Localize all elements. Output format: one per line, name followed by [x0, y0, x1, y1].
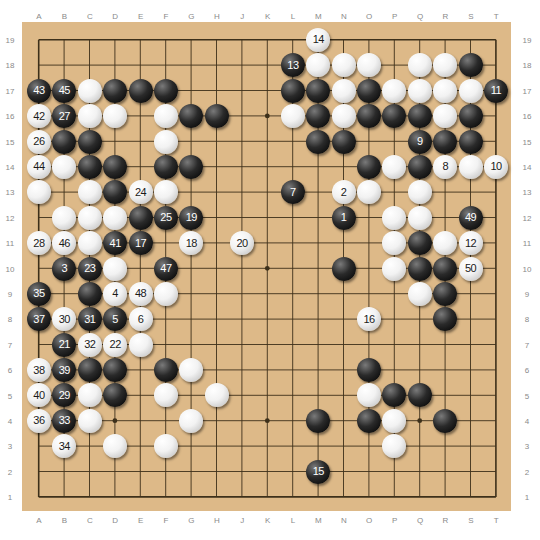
stone-black-move-37: 37 [27, 307, 51, 331]
intersection-N7 [331, 332, 356, 357]
intersection-A19 [26, 27, 51, 52]
intersection-S2 [458, 459, 483, 484]
stone-white-move-18: 18 [179, 231, 203, 255]
intersection-G18 [179, 53, 204, 78]
col-label-bottom-F: F [164, 516, 169, 525]
intersection-N2 [331, 459, 356, 484]
intersection-A17: 43 [26, 78, 51, 103]
row-label-right-7: 7 [525, 340, 529, 349]
col-label-bottom-A: A [36, 516, 41, 525]
intersection-R9 [433, 281, 458, 306]
intersection-P8 [382, 307, 407, 332]
intersection-B10: 3 [52, 256, 77, 281]
intersection-N17 [331, 78, 356, 103]
stone-black [78, 282, 102, 306]
stone-white [332, 104, 356, 128]
move-number: 47 [160, 263, 171, 274]
col-label-bottom-L: L [291, 516, 295, 525]
stone-white [433, 79, 457, 103]
intersection-R16 [433, 103, 458, 128]
stone-white-move-38: 38 [27, 358, 51, 382]
stone-white [205, 383, 229, 407]
stone-black [433, 282, 457, 306]
intersection-L10 [280, 256, 305, 281]
intersection-R5 [433, 383, 458, 408]
intersection-A16: 42 [26, 103, 51, 128]
stone-white [408, 53, 432, 77]
intersection-B8: 30 [52, 307, 77, 332]
move-number: 14 [313, 34, 324, 45]
move-number: 38 [33, 365, 44, 376]
stone-black [433, 130, 457, 154]
col-label-bottom-C: C [87, 516, 93, 525]
intersection-J6 [229, 357, 254, 382]
intersection-F6 [153, 357, 178, 382]
stone-white [78, 180, 102, 204]
stone-black [78, 358, 102, 382]
intersection-A1 [26, 484, 51, 509]
move-number: 30 [59, 314, 70, 325]
intersection-K15 [255, 129, 280, 154]
intersection-B5: 29 [52, 383, 77, 408]
intersection-D1 [102, 484, 127, 509]
stone-white [408, 79, 432, 103]
stone-white [382, 231, 406, 255]
col-label-top-L: L [291, 12, 295, 21]
intersection-C8: 31 [77, 307, 102, 332]
intersection-L15 [280, 129, 305, 154]
col-label-bottom-R: R [443, 516, 449, 525]
stone-white [459, 155, 483, 179]
stone-white-move-6: 6 [129, 307, 153, 331]
intersection-T14: 10 [483, 154, 508, 179]
stone-black-move-17: 17 [129, 231, 153, 255]
intersection-Q4 [407, 408, 432, 433]
intersection-J3 [229, 434, 254, 459]
intersection-C15 [77, 129, 102, 154]
intersection-Q1 [407, 484, 432, 509]
intersection-D10 [102, 256, 127, 281]
intersection-K2 [255, 459, 280, 484]
intersection-S5 [458, 383, 483, 408]
intersection-O8: 16 [356, 307, 381, 332]
intersection-G2 [179, 459, 204, 484]
stone-white [78, 79, 102, 103]
intersection-P18 [382, 53, 407, 78]
move-number: 29 [59, 390, 70, 401]
intersection-B18 [52, 53, 77, 78]
intersection-E15 [128, 129, 153, 154]
col-label-top-B: B [62, 12, 67, 21]
col-label-top-O: O [366, 12, 372, 21]
stone-black [357, 358, 381, 382]
intersection-F15 [153, 129, 178, 154]
stone-black-move-25: 25 [154, 206, 178, 230]
stone-black-move-43: 43 [27, 79, 51, 103]
stone-black [179, 104, 203, 128]
intersection-O5 [356, 383, 381, 408]
stone-white-move-26: 26 [27, 130, 51, 154]
stone-black [433, 307, 457, 331]
col-label-top-C: C [87, 12, 93, 21]
intersection-M5 [306, 383, 331, 408]
intersection-F10: 47 [153, 256, 178, 281]
stone-black [154, 155, 178, 179]
stone-black [52, 130, 76, 154]
stone-white-move-50: 50 [459, 257, 483, 281]
intersection-R18 [433, 53, 458, 78]
stone-white [179, 409, 203, 433]
stone-white [129, 333, 153, 357]
intersection-P11 [382, 230, 407, 255]
intersection-A4: 36 [26, 408, 51, 433]
stone-black [459, 130, 483, 154]
intersection-H1 [204, 484, 229, 509]
intersection-A12 [26, 205, 51, 230]
intersection-N11 [331, 230, 356, 255]
intersection-C18 [77, 53, 102, 78]
intersection-N6 [331, 357, 356, 382]
intersection-D4 [102, 408, 127, 433]
intersection-T2 [483, 459, 508, 484]
row-label-left-3: 3 [8, 442, 12, 451]
row-label-left-4: 4 [8, 417, 12, 426]
intersection-L5 [280, 383, 305, 408]
intersection-P15 [382, 129, 407, 154]
stone-black-move-29: 29 [52, 383, 76, 407]
move-number: 6 [138, 314, 144, 325]
intersection-M7 [306, 332, 331, 357]
intersection-R1 [433, 484, 458, 509]
intersection-D14 [102, 154, 127, 179]
intersection-D7: 22 [102, 332, 127, 357]
intersection-N8 [331, 307, 356, 332]
intersection-Q5 [407, 383, 432, 408]
stone-white [78, 231, 102, 255]
col-label-top-G: G [188, 12, 194, 21]
row-label-left-8: 8 [8, 315, 12, 324]
intersection-L9 [280, 281, 305, 306]
intersection-B2 [52, 459, 77, 484]
stone-black [306, 409, 330, 433]
move-number: 22 [110, 339, 121, 350]
intersection-A10 [26, 256, 51, 281]
intersection-H16 [204, 103, 229, 128]
intersection-G17 [179, 78, 204, 103]
move-number: 26 [33, 136, 44, 147]
col-label-top-D: D [112, 12, 118, 21]
stone-black [433, 409, 457, 433]
stone-white [382, 409, 406, 433]
intersection-C17 [77, 78, 102, 103]
stone-black [382, 104, 406, 128]
intersection-R11 [433, 230, 458, 255]
move-number: 49 [465, 212, 476, 223]
intersection-S3 [458, 434, 483, 459]
row-label-right-4: 4 [525, 417, 529, 426]
intersection-C16 [77, 103, 102, 128]
intersection-H2 [204, 459, 229, 484]
stone-black [154, 79, 178, 103]
stone-black [129, 206, 153, 230]
intersection-K18 [255, 53, 280, 78]
intersection-C9 [77, 281, 102, 306]
intersection-G4 [179, 408, 204, 433]
row-label-right-18: 18 [523, 61, 532, 70]
stone-white [78, 383, 102, 407]
intersection-O10 [356, 256, 381, 281]
stone-white [408, 282, 432, 306]
intersection-J17 [229, 78, 254, 103]
intersection-B15 [52, 129, 77, 154]
move-number: 10 [490, 161, 501, 172]
intersection-A15: 26 [26, 129, 51, 154]
intersection-K6 [255, 357, 280, 382]
stone-black [306, 79, 330, 103]
intersection-M2: 15 [306, 459, 331, 484]
col-label-bottom-K: K [265, 516, 270, 525]
intersection-B3: 34 [52, 434, 77, 459]
stone-white [103, 104, 127, 128]
intersection-H9 [204, 281, 229, 306]
stone-white [382, 434, 406, 458]
intersection-M13 [306, 180, 331, 205]
move-number: 35 [33, 288, 44, 299]
stone-black [408, 155, 432, 179]
stone-white [382, 155, 406, 179]
intersection-J8 [229, 307, 254, 332]
intersection-S13 [458, 180, 483, 205]
stone-white-move-16: 16 [357, 307, 381, 331]
stone-black-move-31: 31 [78, 307, 102, 331]
intersection-D2 [102, 459, 127, 484]
row-label-right-13: 13 [523, 188, 532, 197]
intersection-P17 [382, 78, 407, 103]
intersection-E2 [128, 459, 153, 484]
intersection-G5 [179, 383, 204, 408]
intersection-J2 [229, 459, 254, 484]
intersection-J15 [229, 129, 254, 154]
intersection-E10 [128, 256, 153, 281]
intersection-K13 [255, 180, 280, 205]
stone-black-move-5: 5 [103, 307, 127, 331]
intersection-B12 [52, 205, 77, 230]
stone-black [103, 358, 127, 382]
stone-black [205, 104, 229, 128]
intersection-K8 [255, 307, 280, 332]
intersection-E13: 24 [128, 180, 153, 205]
intersection-C12 [77, 205, 102, 230]
intersection-S17 [458, 78, 483, 103]
col-label-bottom-O: O [366, 516, 372, 525]
intersection-S8 [458, 307, 483, 332]
stone-white [433, 53, 457, 77]
stone-white-move-4: 4 [103, 282, 127, 306]
col-label-top-P: P [392, 12, 397, 21]
intersection-F3 [153, 434, 178, 459]
move-number: 15 [313, 466, 324, 477]
col-label-bottom-Q: Q [417, 516, 423, 525]
move-number: 23 [84, 263, 95, 274]
stone-white [103, 257, 127, 281]
col-label-bottom-T: T [494, 516, 499, 525]
intersection-H10 [204, 256, 229, 281]
intersection-O12 [356, 205, 381, 230]
intersection-P4 [382, 408, 407, 433]
move-number: 21 [59, 339, 70, 350]
stone-black-move-27: 27 [52, 104, 76, 128]
intersection-J11: 20 [229, 230, 254, 255]
intersection-A18 [26, 53, 51, 78]
intersection-N13: 2 [331, 180, 356, 205]
stone-white-move-24: 24 [129, 180, 153, 204]
intersection-H5 [204, 383, 229, 408]
intersection-K19 [255, 27, 280, 52]
intersection-P10 [382, 256, 407, 281]
col-label-bottom-J: J [240, 516, 244, 525]
intersection-C14 [77, 154, 102, 179]
intersection-S16 [458, 103, 483, 128]
col-label-top-A: A [36, 12, 41, 21]
intersection-O3 [356, 434, 381, 459]
intersection-L3 [280, 434, 305, 459]
intersection-D6 [102, 357, 127, 382]
intersection-P6 [382, 357, 407, 382]
intersection-T10 [483, 256, 508, 281]
intersection-O1 [356, 484, 381, 509]
intersection-T11 [483, 230, 508, 255]
intersection-G13 [179, 180, 204, 205]
intersection-F16 [153, 103, 178, 128]
intersection-L17 [280, 78, 305, 103]
move-number: 43 [33, 85, 44, 96]
intersection-F13 [153, 180, 178, 205]
col-label-top-S: S [468, 12, 473, 21]
intersection-A2 [26, 459, 51, 484]
intersection-K7 [255, 332, 280, 357]
intersection-Q18 [407, 53, 432, 78]
stone-white [459, 79, 483, 103]
intersection-K10 [255, 256, 280, 281]
stone-black-move-7: 7 [281, 180, 305, 204]
intersection-B1 [52, 484, 77, 509]
stone-black [382, 383, 406, 407]
intersection-C5 [77, 383, 102, 408]
stone-white [357, 53, 381, 77]
intersection-K14 [255, 154, 280, 179]
col-label-bottom-B: B [62, 516, 67, 525]
stone-white-move-40: 40 [27, 383, 51, 407]
row-label-right-2: 2 [525, 467, 529, 476]
intersection-S12: 49 [458, 205, 483, 230]
intersection-P1 [382, 484, 407, 509]
intersection-J16 [229, 103, 254, 128]
move-number: 1 [341, 212, 347, 223]
col-label-top-N: N [341, 12, 347, 21]
stone-black-move-11: 11 [484, 79, 508, 103]
stone-white [52, 155, 76, 179]
intersection-P12 [382, 205, 407, 230]
intersection-L18: 13 [280, 53, 305, 78]
intersection-L14 [280, 154, 305, 179]
row-label-left-15: 15 [6, 137, 15, 146]
stone-black-move-39: 39 [52, 358, 76, 382]
row-label-left-10: 10 [6, 264, 15, 273]
stone-white [103, 434, 127, 458]
intersection-S11: 12 [458, 230, 483, 255]
stone-black [179, 155, 203, 179]
intersection-L19 [280, 27, 305, 52]
move-number: 20 [236, 238, 247, 249]
col-label-top-J: J [240, 12, 244, 21]
intersection-L16 [280, 103, 305, 128]
move-number: 34 [59, 441, 70, 452]
intersection-E14 [128, 154, 153, 179]
intersection-D15 [102, 129, 127, 154]
intersection-M6 [306, 357, 331, 382]
intersection-K4 [255, 408, 280, 433]
intersection-T19 [483, 27, 508, 52]
intersection-O11 [356, 230, 381, 255]
move-number: 24 [135, 187, 146, 198]
intersection-Q12 [407, 205, 432, 230]
row-label-left-6: 6 [8, 366, 12, 375]
intersection-P9 [382, 281, 407, 306]
intersection-D13 [102, 180, 127, 205]
intersection-J12 [229, 205, 254, 230]
intersection-L1 [280, 484, 305, 509]
move-number: 33 [59, 415, 70, 426]
intersection-E5 [128, 383, 153, 408]
row-label-right-19: 19 [523, 36, 532, 45]
intersection-H13 [204, 180, 229, 205]
intersection-S6 [458, 357, 483, 382]
intersection-Q16 [407, 103, 432, 128]
intersection-R14: 8 [433, 154, 458, 179]
intersection-O18 [356, 53, 381, 78]
stone-white [332, 79, 356, 103]
stone-white [433, 104, 457, 128]
intersection-A8: 37 [26, 307, 51, 332]
stone-white [382, 206, 406, 230]
intersection-M16 [306, 103, 331, 128]
move-number: 13 [287, 60, 298, 71]
intersection-H14 [204, 154, 229, 179]
intersection-R13 [433, 180, 458, 205]
intersection-D11: 41 [102, 230, 127, 255]
intersection-J14 [229, 154, 254, 179]
stone-black-move-45: 45 [52, 79, 76, 103]
intersection-S10: 50 [458, 256, 483, 281]
intersection-C10: 23 [77, 256, 102, 281]
intersection-S15 [458, 129, 483, 154]
col-label-top-H: H [214, 12, 220, 21]
intersection-O6 [356, 357, 381, 382]
move-number: 3 [62, 263, 68, 274]
intersection-M12 [306, 205, 331, 230]
stone-black-move-33: 33 [52, 409, 76, 433]
intersection-L2 [280, 459, 305, 484]
intersection-H7 [204, 332, 229, 357]
row-label-right-16: 16 [523, 112, 532, 121]
intersection-K11 [255, 230, 280, 255]
stone-white-move-22: 22 [103, 333, 127, 357]
intersection-D3 [102, 434, 127, 459]
intersection-Q7 [407, 332, 432, 357]
stone-white [382, 257, 406, 281]
intersection-K17 [255, 78, 280, 103]
intersection-A6: 38 [26, 357, 51, 382]
